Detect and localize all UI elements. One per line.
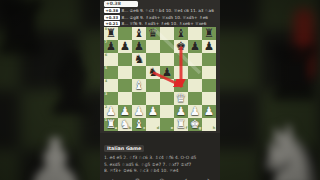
file-label: e bbox=[171, 127, 173, 131]
rank-label: 4 bbox=[105, 80, 107, 84]
square-h6[interactable] bbox=[202, 53, 216, 66]
square-d3[interactable] bbox=[146, 92, 160, 105]
square-c5[interactable] bbox=[132, 66, 146, 79]
square-h5[interactable] bbox=[202, 66, 216, 79]
square-h8[interactable]: ♜ bbox=[202, 27, 216, 40]
square-a7[interactable]: 7♟ bbox=[104, 40, 118, 53]
square-h1[interactable]: h bbox=[202, 118, 216, 131]
engine-line[interactable]: +0.33 8... ♔g8 9. ♗xd5+ ♕xd5 10. ♕xd5+ ♗… bbox=[104, 14, 216, 20]
square-b7[interactable]: ♟ bbox=[118, 40, 132, 53]
move-list-line[interactable]: 1. e4 e5 2. ♘f3 ♘c6 3. ♗c4 ♘f6 4. O-O d5 bbox=[104, 155, 216, 162]
square-b3[interactable] bbox=[118, 92, 132, 105]
square-a1[interactable]: 1a♜ bbox=[104, 118, 118, 131]
square-f8[interactable]: ♝ bbox=[174, 27, 188, 40]
square-b4[interactable] bbox=[118, 79, 132, 92]
engine-line-moves: 8... ♔g8 9. ♗xd5+ ♕xd5 10. ♕xd5+ ♗e6 bbox=[122, 15, 208, 20]
square-g1[interactable]: g♚ bbox=[188, 118, 202, 131]
white-pawn-a2: ♟ bbox=[104, 105, 118, 118]
square-e8[interactable] bbox=[160, 27, 174, 40]
square-g2[interactable]: ♟ bbox=[188, 105, 202, 118]
square-d6[interactable] bbox=[146, 53, 160, 66]
square-f5[interactable] bbox=[174, 66, 188, 79]
square-h4[interactable] bbox=[202, 79, 216, 92]
white-bishop-c4: ♝ bbox=[132, 79, 146, 92]
black-bishop-f8: ♝ bbox=[174, 27, 188, 40]
black-knight-d5: ♞ bbox=[146, 66, 160, 79]
plus-icon[interactable]: + bbox=[110, 177, 115, 180]
engine-analysis-bar: +0.38 +0.38 8... ♔e6 9. ♘c3 ♘b4 10. ♕e4 … bbox=[100, 0, 220, 27]
square-g8[interactable] bbox=[188, 27, 202, 40]
opening-name-chip: Italian Game bbox=[104, 145, 144, 152]
square-h3[interactable] bbox=[202, 92, 216, 105]
square-f7[interactable]: ♚ bbox=[174, 40, 188, 53]
square-h2[interactable]: ♟ bbox=[202, 105, 216, 118]
square-f6[interactable] bbox=[174, 53, 188, 66]
chess-board-wrap: 8♜♝♛♝♜7♟♟♟♚♟♟6♞5♞♟4♝3♛2♟♟♟♟♟♟♟1a♜b♞c♝def… bbox=[104, 27, 216, 131]
square-c3[interactable] bbox=[132, 92, 146, 105]
square-c2[interactable]: ♟ bbox=[132, 105, 146, 118]
square-b6[interactable] bbox=[118, 53, 132, 66]
white-pawn-c2: ♟ bbox=[132, 105, 146, 118]
rank-label: 6 bbox=[105, 54, 107, 58]
white-pawn-b2: ♟ bbox=[118, 105, 132, 118]
back-icon[interactable]: ‹ bbox=[184, 177, 187, 180]
square-g7[interactable]: ♟ bbox=[188, 40, 202, 53]
square-c8[interactable]: ♝ bbox=[132, 27, 146, 40]
square-b1[interactable]: b♞ bbox=[118, 118, 132, 131]
square-a2[interactable]: 2♟ bbox=[104, 105, 118, 118]
engine-line[interactable]: +0.38 8... ♔e6 9. ♘c3 ♘b4 10. ♕e4 c6 11.… bbox=[104, 8, 216, 14]
black-rook-h8: ♜ bbox=[202, 27, 216, 40]
white-pawn-f2: ♟ bbox=[174, 105, 188, 118]
white-bishop-c1: ♝ bbox=[132, 118, 146, 131]
square-b8[interactable] bbox=[118, 27, 132, 40]
file-label: h bbox=[213, 127, 216, 131]
square-c7[interactable]: ♟ bbox=[132, 40, 146, 53]
square-c1[interactable]: c♝ bbox=[132, 118, 146, 131]
white-rook-f1: ♜ bbox=[174, 118, 188, 131]
white-pawn-g2: ♟ bbox=[188, 105, 202, 118]
square-e6[interactable] bbox=[160, 53, 174, 66]
video-strip: +0.38 +0.38 8... ♔e6 9. ♘c3 ♘b4 10. ♕e4 … bbox=[100, 0, 220, 180]
square-b2[interactable]: ♟ bbox=[118, 105, 132, 118]
evaluation-box[interactable]: +0.38 bbox=[104, 1, 138, 7]
eval-badge: +0.33 bbox=[104, 15, 120, 20]
square-g4[interactable] bbox=[188, 79, 202, 92]
black-bishop-c8: ♝ bbox=[132, 27, 146, 40]
black-pawn-g7: ♟ bbox=[188, 40, 202, 53]
white-king-g1: ♚ bbox=[188, 118, 202, 131]
square-d2[interactable]: ♟ bbox=[146, 105, 160, 118]
chess-board[interactable]: 8♜♝♛♝♜7♟♟♟♚♟♟6♞5♞♟4♝3♛2♟♟♟♟♟♟♟1a♜b♞c♝def… bbox=[104, 27, 216, 131]
square-f1[interactable]: f♜ bbox=[174, 118, 188, 131]
black-pawn-b7: ♟ bbox=[118, 40, 132, 53]
square-f4[interactable] bbox=[174, 79, 188, 92]
white-queen-f3: ♛ bbox=[174, 92, 188, 105]
square-g5[interactable] bbox=[188, 66, 202, 79]
square-e2[interactable] bbox=[160, 105, 174, 118]
move-list-line[interactable]: 8. ♕f3+ ♔e6 9. ♘c3 ♘b4 10. ♕e4 bbox=[104, 168, 216, 175]
engine-line-moves: 8... ♔e6 9. ♘c3 ♘b4 10. ♕e4 c6 11. a3 ♘a… bbox=[122, 8, 214, 13]
white-pawn-d2: ♟ bbox=[146, 105, 160, 118]
forward-icon[interactable]: › bbox=[207, 177, 210, 180]
rank-label: 3 bbox=[105, 93, 107, 97]
rank-label: 5 bbox=[105, 67, 107, 71]
file-label: d bbox=[157, 127, 160, 131]
black-knight-c6: ♞ bbox=[132, 53, 146, 66]
white-pawn-h2: ♟ bbox=[202, 105, 216, 118]
square-h7[interactable]: ♟ bbox=[202, 40, 216, 53]
move-list-line[interactable]: 5. exd5 ♘xd5 6. ♘g5 ♔e7 7. ♘xf7 ♔xf7 bbox=[104, 162, 216, 169]
flip-board-icon[interactable]: ⟳ bbox=[160, 177, 165, 180]
square-g6[interactable] bbox=[188, 53, 202, 66]
eval-badge: +0.38 bbox=[104, 8, 120, 13]
square-a3[interactable]: 3 bbox=[104, 92, 118, 105]
black-king-f7: ♚ bbox=[174, 40, 188, 53]
square-e1[interactable]: e bbox=[160, 118, 174, 131]
square-b5[interactable] bbox=[118, 66, 132, 79]
black-queen-d8: ♛ bbox=[146, 27, 160, 40]
square-e4[interactable] bbox=[160, 79, 174, 92]
square-g3[interactable] bbox=[188, 92, 202, 105]
white-rook-a1: ♜ bbox=[104, 118, 118, 131]
square-a4[interactable]: 4 bbox=[104, 79, 118, 92]
square-e3[interactable] bbox=[160, 92, 174, 105]
square-d8[interactable]: ♛ bbox=[146, 27, 160, 40]
square-d5[interactable]: ♞ bbox=[146, 66, 160, 79]
square-f3[interactable]: ♛ bbox=[174, 92, 188, 105]
square-a8[interactable]: 8♜ bbox=[104, 27, 118, 40]
square-d4[interactable] bbox=[146, 79, 160, 92]
black-pawn-c7: ♟ bbox=[132, 40, 146, 53]
square-c6[interactable]: ♞ bbox=[132, 53, 146, 66]
square-a6[interactable]: 6 bbox=[104, 53, 118, 66]
square-d7[interactable] bbox=[146, 40, 160, 53]
square-d1[interactable]: d bbox=[146, 118, 160, 131]
black-pawn-h7: ♟ bbox=[202, 40, 216, 53]
square-e5[interactable]: ♟ bbox=[160, 66, 174, 79]
settings-gear-icon[interactable]: ⚙ bbox=[135, 177, 141, 180]
square-f2[interactable]: ♟ bbox=[174, 105, 188, 118]
square-e7[interactable] bbox=[160, 40, 174, 53]
black-pawn-a7: ♟ bbox=[104, 40, 118, 53]
black-pawn-e5: ♟ bbox=[160, 66, 174, 79]
opening-panel: Italian Game 1. e4 e5 2. ♘f3 ♘c6 3. ♗c4 … bbox=[100, 133, 220, 180]
black-rook-a8: ♜ bbox=[104, 27, 118, 40]
square-a5[interactable]: 5 bbox=[104, 66, 118, 79]
analysis-toolbar: + ⚙ ⟳ ‹ › bbox=[104, 175, 216, 180]
white-knight-b1: ♞ bbox=[118, 118, 132, 131]
square-c4[interactable]: ♝ bbox=[132, 79, 146, 92]
